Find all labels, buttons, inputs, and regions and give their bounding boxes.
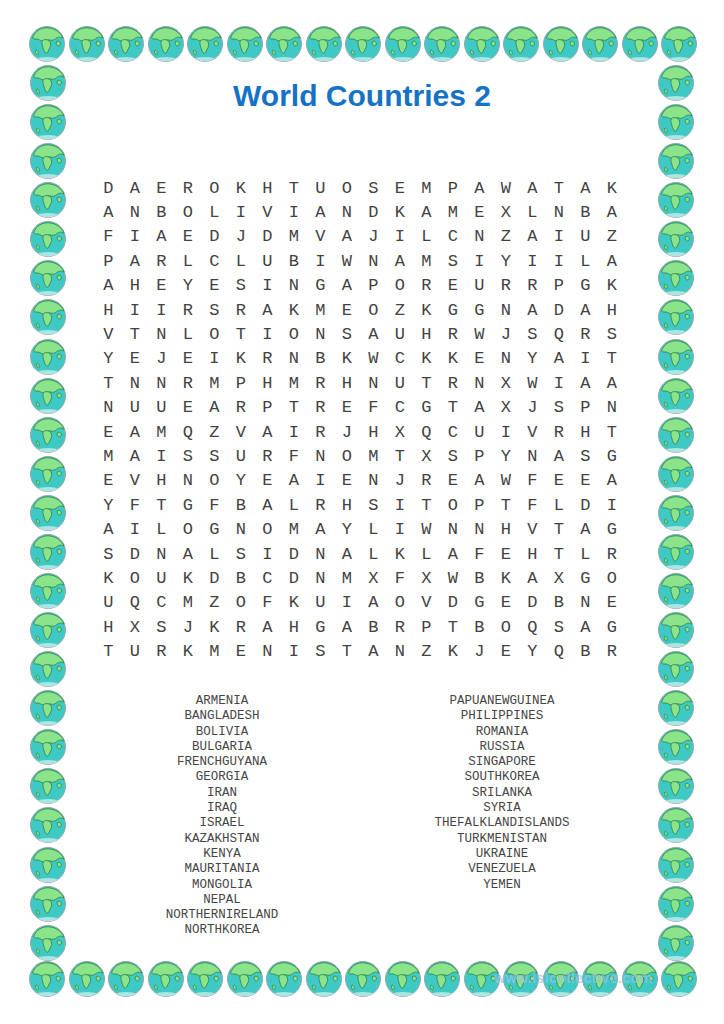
grid-cell: T (493, 493, 520, 517)
grid-cell: M (307, 298, 334, 322)
grid-cell: T (95, 371, 122, 395)
grid-cell: X (122, 615, 149, 639)
grid-cell: F (281, 444, 308, 468)
grid-cell: P (254, 396, 281, 420)
grid-cell: K (175, 566, 202, 590)
grid-cell: I (466, 249, 493, 273)
grid-cell: A (572, 298, 599, 322)
grid-cell: N (175, 469, 202, 493)
globe-icon (29, 611, 67, 649)
grid-cell: A (387, 249, 414, 273)
grid-cell: E (122, 347, 149, 371)
grid-cell: A (307, 518, 334, 542)
grid-cell: I (387, 493, 414, 517)
grid-cell: T (281, 176, 308, 200)
word-item: SYRIA (377, 801, 627, 816)
word-item: KAZAKHSTAN (97, 832, 347, 847)
grid-cell: G (599, 444, 626, 468)
grid-cell: N (95, 396, 122, 420)
grid-cell: O (387, 274, 414, 298)
grid-cell: R (307, 493, 334, 517)
globe-icon (657, 338, 695, 376)
globe-icon (423, 960, 461, 998)
grid-cell: A (413, 200, 440, 224)
globe-icon (29, 298, 67, 336)
grid-cell: Y (95, 347, 122, 371)
grid-cell: G (307, 615, 334, 639)
grid-cell: Y (175, 274, 202, 298)
grid-cell: E (572, 469, 599, 493)
grid-cell: U (466, 274, 493, 298)
globe-icon (344, 960, 382, 998)
grid-cell: C (148, 591, 175, 615)
grid-cell: L (228, 249, 255, 273)
grid-cell: C (201, 249, 228, 273)
grid-cell: Z (201, 420, 228, 444)
grid-cell: B (360, 615, 387, 639)
grid-cell: S (546, 396, 573, 420)
globe-icon (147, 25, 185, 63)
grid-cell: K (413, 347, 440, 371)
word-item: NORTHKOREA (97, 923, 347, 938)
grid-cell: I (122, 298, 149, 322)
grid-cell: S (201, 298, 228, 322)
globe-icon (344, 25, 382, 63)
grid-cell: L (546, 493, 573, 517)
grid-cell: I (148, 298, 175, 322)
globe-icon (265, 25, 303, 63)
grid-cell: N (122, 200, 149, 224)
grid-cell: K (387, 200, 414, 224)
grid-cell: I (387, 225, 414, 249)
grid-cell: I (281, 200, 308, 224)
grid-cell: T (440, 615, 467, 639)
grid-cell: A (254, 420, 281, 444)
globe-icon (657, 533, 695, 571)
globe-icon (657, 298, 695, 336)
globe-icon (29, 885, 67, 923)
grid-cell: H (281, 615, 308, 639)
grid-cell: F (122, 493, 149, 517)
grid-cell: M (175, 591, 202, 615)
grid-cell: T (413, 493, 440, 517)
grid-cell: S (334, 322, 361, 346)
globe-icon (29, 142, 67, 180)
grid-cell: E (493, 640, 520, 664)
grid-cell: H (254, 176, 281, 200)
grid-cell: K (281, 298, 308, 322)
grid-cell: V (519, 420, 546, 444)
grid-cell: B (572, 200, 599, 224)
word-item: ARMENIA (97, 694, 347, 709)
globe-icon (29, 259, 67, 297)
grid-cell: T (546, 542, 573, 566)
globe-icon (657, 728, 695, 766)
grid-cell: A (519, 566, 546, 590)
grid-cell: L (175, 322, 202, 346)
grid-cell: I (201, 347, 228, 371)
grid-cell: I (281, 420, 308, 444)
grid-cell: H (599, 298, 626, 322)
grid-cell: R (175, 298, 202, 322)
grid-cell: K (334, 347, 361, 371)
grid-cell: D (546, 298, 573, 322)
grid-cell: W (334, 249, 361, 273)
grid-cell: E (148, 176, 175, 200)
grid-cell: R (228, 615, 255, 639)
grid-cell: E (334, 396, 361, 420)
globe-icon (29, 806, 67, 844)
grid-cell: D (122, 542, 149, 566)
word-item: RUSSIA (377, 740, 627, 755)
grid-cell: H (95, 298, 122, 322)
globe-icon (657, 806, 695, 844)
grid-cell: X (493, 371, 520, 395)
globe-icon (68, 25, 106, 63)
grid-cell: O (281, 322, 308, 346)
grid-cell: A (572, 176, 599, 200)
page-title: World Countries 2 (0, 79, 724, 113)
word-item: SOUTHKOREA (377, 770, 627, 785)
grid-cell: G (466, 591, 493, 615)
grid-cell: N (493, 347, 520, 371)
grid-cell: A (599, 200, 626, 224)
grid-cell: A (122, 420, 149, 444)
globe-icon (384, 25, 422, 63)
grid-cell: F (519, 469, 546, 493)
grid-cell: I (519, 249, 546, 273)
grid-cell: B (228, 566, 255, 590)
grid-cell: M (281, 518, 308, 542)
grid-cell: O (201, 469, 228, 493)
grid-cell: E (175, 396, 202, 420)
grid-cell: O (334, 444, 361, 468)
grid-cell: E (95, 420, 122, 444)
grid-cell: S (201, 444, 228, 468)
grid-cell: P (466, 444, 493, 468)
grid-cell: Y (493, 444, 520, 468)
grid-cell: N (281, 274, 308, 298)
grid-cell: K (228, 347, 255, 371)
grid-cell: Y (228, 469, 255, 493)
grid-cell: P (572, 396, 599, 420)
grid-cell: M (201, 371, 228, 395)
globe-border-left (29, 64, 67, 962)
grid-cell: O (201, 176, 228, 200)
globe-icon (657, 416, 695, 454)
globe-icon (29, 572, 67, 610)
grid-cell: C (387, 347, 414, 371)
word-item: BULGARIA (97, 740, 347, 755)
grid-cell: M (360, 444, 387, 468)
word-item: THEFALKLANDISLANDS (377, 816, 627, 831)
grid-cell: S (440, 249, 467, 273)
grid-cell: D (440, 591, 467, 615)
grid-cell: T (281, 396, 308, 420)
grid-cell: I (281, 640, 308, 664)
grid-cell: U (228, 444, 255, 468)
grid-cell: S (360, 493, 387, 517)
grid-cell: U (307, 176, 334, 200)
grid-cell: A (175, 542, 202, 566)
grid-cell: N (466, 225, 493, 249)
grid-cell: S (546, 615, 573, 639)
grid-cell: A (599, 249, 626, 273)
grid-cell: B (148, 200, 175, 224)
grid-cell: A (466, 396, 493, 420)
grid-cell: A (95, 200, 122, 224)
grid-cell: U (387, 371, 414, 395)
grid-cell: I (387, 518, 414, 542)
grid-cell: Y (95, 493, 122, 517)
grid-cell: V (307, 225, 334, 249)
globe-icon (657, 455, 695, 493)
grid-cell: M (413, 249, 440, 273)
grid-cell: S (440, 444, 467, 468)
grid-cell: W (493, 176, 520, 200)
grid-cell: X (360, 566, 387, 590)
globe-icon (29, 767, 67, 805)
globe-icon (29, 846, 67, 884)
worksheet-page: World Countries 2 DAEROKHTUOSEMPAWATAKAN… (0, 0, 724, 1024)
globe-icon (68, 960, 106, 998)
grid-cell: A (254, 298, 281, 322)
globe-icon (29, 728, 67, 766)
grid-cell: N (307, 542, 334, 566)
grid-cell: S (360, 176, 387, 200)
grid-cell: W (466, 322, 493, 346)
grid-cell: J (334, 420, 361, 444)
grid-cell: E (175, 225, 202, 249)
globe-icon (657, 767, 695, 805)
globe-icon (107, 960, 145, 998)
grid-cell: R (307, 371, 334, 395)
grid-cell: T (440, 396, 467, 420)
grid-cell: I (334, 591, 361, 615)
grid-cell: P (228, 371, 255, 395)
grid-cell: A (95, 518, 122, 542)
grid-cell: D (201, 225, 228, 249)
grid-cell: G (440, 298, 467, 322)
grid-cell: A (334, 274, 361, 298)
grid-cell: C (440, 420, 467, 444)
grid-cell: X (413, 444, 440, 468)
word-item: ROMANIA (377, 725, 627, 740)
grid-cell: D (360, 200, 387, 224)
globe-icon (657, 377, 695, 415)
grid-cell: J (175, 615, 202, 639)
grid-cell: K (599, 274, 626, 298)
word-item: SRILANKA (377, 786, 627, 801)
grid-cell: A (201, 396, 228, 420)
grid-cell: T (228, 322, 255, 346)
globe-icon (186, 960, 224, 998)
grid-cell: I (228, 200, 255, 224)
grid-cell: R (440, 371, 467, 395)
grid-cell: I (572, 347, 599, 371)
word-search-grid: DAEROKHTUOSEMPAWATAKANBOLIVIANDKAMEXLNBA… (95, 176, 625, 664)
grid-cell: O (387, 591, 414, 615)
grid-cell: Y (334, 518, 361, 542)
grid-cell: D (281, 542, 308, 566)
grid-cell: A (360, 322, 387, 346)
grid-cell: A (519, 176, 546, 200)
grid-cell: S (307, 640, 334, 664)
globe-icon (581, 25, 619, 63)
grid-cell: R (307, 420, 334, 444)
grid-cell: P (546, 274, 573, 298)
grid-cell: N (519, 444, 546, 468)
grid-cell: K (95, 566, 122, 590)
grid-cell: E (95, 469, 122, 493)
grid-cell: Z (493, 225, 520, 249)
grid-cell: Z (201, 591, 228, 615)
grid-cell: A (334, 542, 361, 566)
grid-cell: U (387, 322, 414, 346)
grid-cell: D (254, 225, 281, 249)
globe-icon (657, 572, 695, 610)
grid-cell: L (413, 542, 440, 566)
grid-cell: J (466, 640, 493, 664)
grid-cell: G (307, 274, 334, 298)
grid-cell: X (413, 566, 440, 590)
grid-cell: Q (519, 615, 546, 639)
grid-cell: R (519, 274, 546, 298)
grid-cell: N (360, 249, 387, 273)
grid-cell: T (387, 444, 414, 468)
globe-icon (29, 338, 67, 376)
grid-cell: E (201, 274, 228, 298)
globe-icon (305, 25, 343, 63)
word-item: YEMEN (377, 878, 627, 893)
grid-cell: J (519, 396, 546, 420)
grid-cell: G (599, 615, 626, 639)
word-item: KENYA (97, 847, 347, 862)
grid-cell: K (228, 176, 255, 200)
grid-cell: N (281, 347, 308, 371)
grid-cell: N (466, 518, 493, 542)
grid-cell: N (148, 322, 175, 346)
word-item: GEORGIA (97, 770, 347, 785)
grid-cell: K (175, 640, 202, 664)
grid-cell: I (493, 420, 520, 444)
grid-cell: V (254, 200, 281, 224)
grid-cell: M (148, 420, 175, 444)
grid-cell: O (228, 591, 255, 615)
grid-cell: C (440, 225, 467, 249)
grid-cell: L (148, 518, 175, 542)
grid-cell: B (228, 493, 255, 517)
grid-cell: Q (413, 420, 440, 444)
word-item: ISRAEL (97, 816, 347, 831)
globe-icon (29, 924, 67, 962)
globe-icon (305, 960, 343, 998)
globe-icon (660, 960, 698, 998)
grid-cell: F (519, 493, 546, 517)
grid-cell: Z (387, 298, 414, 322)
grid-cell: R (599, 640, 626, 664)
grid-cell: K (440, 347, 467, 371)
grid-cell: A (95, 274, 122, 298)
grid-cell: N (307, 444, 334, 468)
grid-cell: R (228, 298, 255, 322)
grid-cell: A (519, 225, 546, 249)
grid-cell: A (334, 615, 361, 639)
grid-cell: N (572, 591, 599, 615)
grid-cell: K (440, 640, 467, 664)
globe-icon (657, 885, 695, 923)
grid-cell: U (254, 249, 281, 273)
grid-cell: P (440, 176, 467, 200)
globe-icon (502, 25, 540, 63)
globe-icon (29, 689, 67, 727)
grid-cell: J (387, 469, 414, 493)
grid-cell: G (175, 493, 202, 517)
grid-cell: M (281, 225, 308, 249)
grid-cell: H (122, 274, 149, 298)
grid-cell: B (546, 591, 573, 615)
grid-cell: U (466, 420, 493, 444)
grid-cell: B (466, 566, 493, 590)
grid-cell: N (360, 469, 387, 493)
grid-cell: T (599, 420, 626, 444)
grid-cell: J (228, 225, 255, 249)
grid-cell: N (334, 200, 361, 224)
word-item: FRENCHGUYANA (97, 755, 347, 770)
grid-cell: U (307, 591, 334, 615)
grid-cell: R (413, 274, 440, 298)
globe-icon (29, 533, 67, 571)
grid-cell: I (546, 225, 573, 249)
grid-cell: O (440, 493, 467, 517)
globe-border-right (657, 64, 695, 962)
word-item: MONGOLIA (97, 878, 347, 893)
grid-cell: J (148, 347, 175, 371)
grid-cell: A (546, 444, 573, 468)
grid-cell: F (95, 225, 122, 249)
grid-cell: W (440, 566, 467, 590)
grid-cell: Y (519, 347, 546, 371)
grid-cell: N (307, 322, 334, 346)
grid-cell: X (546, 566, 573, 590)
grid-cell: R (148, 640, 175, 664)
grid-cell: N (546, 200, 573, 224)
globe-icon (29, 455, 67, 493)
grid-cell: H (519, 542, 546, 566)
grid-cell: H (254, 371, 281, 395)
grid-cell: V (228, 420, 255, 444)
grid-cell: B (466, 615, 493, 639)
grid-cell: P (413, 615, 440, 639)
grid-cell: M (413, 176, 440, 200)
grid-cell: A (334, 225, 361, 249)
globe-icon (29, 377, 67, 415)
grid-cell: A (281, 469, 308, 493)
grid-cell: H (493, 518, 520, 542)
grid-cell: A (466, 176, 493, 200)
grid-cell: I (254, 274, 281, 298)
globe-icon (29, 181, 67, 219)
grid-cell: D (95, 176, 122, 200)
grid-cell: N (493, 298, 520, 322)
grid-cell: G (413, 396, 440, 420)
grid-cell: Q (546, 640, 573, 664)
grid-cell: U (572, 225, 599, 249)
grid-cell: I (307, 469, 334, 493)
grid-cell: J (360, 225, 387, 249)
globe-icon (28, 25, 66, 63)
grid-cell: U (122, 640, 149, 664)
